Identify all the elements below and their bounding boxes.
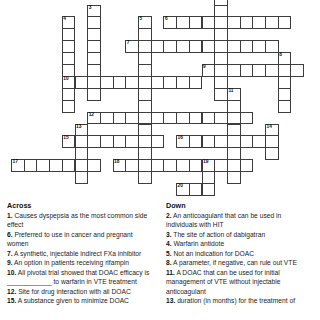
- clue-line: 7. A synthetic, injectable indirect FXa …: [7, 249, 165, 259]
- grid-cell[interactable]: [176, 40, 190, 53]
- grid-cell[interactable]: [202, 112, 216, 125]
- clue-line: 15. A substance given to minimize DOAC: [7, 296, 165, 306]
- grid-cell[interactable]: [202, 183, 216, 196]
- grid-cell[interactable]: [252, 40, 266, 53]
- grid-cell[interactable]: [189, 135, 203, 148]
- grid-cell[interactable]: [151, 112, 165, 125]
- down-clues-column: Down 2. An anticoagulant that can be use…: [166, 201, 318, 306]
- grid-cell[interactable]: [125, 112, 139, 125]
- grid-cell[interactable]: [265, 64, 279, 77]
- grid-cell[interactable]: [125, 159, 139, 172]
- grid-cell[interactable]: [75, 171, 89, 184]
- clue-line: 13. duration (in months) for the treatme…: [166, 296, 318, 306]
- grid-cell[interactable]: [202, 64, 216, 77]
- clue-line: 1. Causes dyspepsia as the most common s…: [7, 211, 165, 221]
- grid-cell[interactable]: [290, 64, 304, 77]
- grid-cell[interactable]: [163, 159, 177, 172]
- clue-line: 9. An option in patients receiving rifam…: [7, 258, 165, 268]
- grid-cell[interactable]: [240, 16, 254, 29]
- grid-cell[interactable]: [214, 88, 228, 101]
- grid-cell[interactable]: [125, 40, 139, 53]
- clue-number-label: 1.: [7, 212, 13, 219]
- clue-number-label: 6.: [7, 231, 13, 238]
- figure-canvas: 34567891011121314151617181920 Across 1. …: [0, 0, 320, 320]
- clue-number-label: 11.: [166, 269, 175, 276]
- grid-cell[interactable]: [75, 76, 89, 89]
- grid-cell[interactable]: [214, 135, 228, 148]
- clue-number-label: 13.: [166, 297, 175, 304]
- grid-cell[interactable]: [176, 183, 190, 196]
- grid-cell[interactable]: [163, 112, 177, 125]
- clue-number-label: 9.: [7, 259, 13, 266]
- crossword-grid: 34567891011121314151617181920: [0, 0, 320, 199]
- grid-cell[interactable]: [163, 16, 177, 29]
- grid-cell[interactable]: [62, 159, 76, 172]
- grid-cell[interactable]: [189, 183, 203, 196]
- grid-cell[interactable]: [151, 76, 165, 89]
- down-header: Down: [166, 201, 318, 211]
- across-clues-column: Across 1. Causes dyspepsia as the most c…: [7, 201, 165, 306]
- clue-number-label: 3.: [166, 231, 172, 238]
- clue-line: 8. A parameter, if negative, can rule ou…: [166, 258, 318, 268]
- grid-cell[interactable]: [189, 112, 203, 125]
- grid-cell[interactable]: [176, 159, 190, 172]
- crossword-figure-screenshot: { "game": "crossword", "colors": { "back…: [0, 0, 320, 320]
- grid-cell[interactable]: [151, 40, 165, 53]
- grid-cell[interactable]: [113, 159, 127, 172]
- clue-line: individuals with HIT: [166, 220, 318, 230]
- grid-cell[interactable]: [265, 16, 279, 29]
- clue-line: ____________ to warfarin in VTE treatmen…: [7, 277, 165, 287]
- grid-cell[interactable]: [252, 64, 266, 77]
- clues-panel: Across 1. Causes dyspepsia as the most c…: [0, 201, 320, 320]
- grid-cell[interactable]: [240, 112, 254, 125]
- grid-cell[interactable]: [62, 135, 76, 148]
- grid-cell[interactable]: [125, 76, 139, 89]
- grid-cell[interactable]: [100, 76, 114, 89]
- grid-cell[interactable]: [227, 16, 241, 29]
- clue-number-label: 10.: [7, 269, 16, 276]
- grid-cell[interactable]: [240, 159, 254, 172]
- grid-cell[interactable]: [214, 159, 228, 172]
- grid-cell[interactable]: [113, 112, 127, 125]
- across-clue-list: 1. Causes dyspepsia as the most common s…: [7, 211, 165, 306]
- grid-cell[interactable]: [240, 40, 254, 53]
- clue-number-label: 12.: [7, 288, 16, 295]
- clue-line: 6. Preferred to use in cancer and pregna…: [7, 230, 165, 240]
- grid-cell[interactable]: [176, 112, 190, 125]
- grid-cell[interactable]: [36, 159, 50, 172]
- clue-line: 10. All pivotal trial showed that DOAC e…: [7, 268, 165, 278]
- clue-line: 2. An anticoagulant that can be used in: [166, 211, 318, 221]
- grid-cell[interactable]: [87, 88, 101, 101]
- clue-line: 12. Site for drug interaction with all D…: [7, 287, 165, 297]
- grid-cell[interactable]: [265, 40, 279, 53]
- grid-cell[interactable]: [214, 112, 228, 125]
- grid-cell[interactable]: [176, 135, 190, 148]
- grid-cell[interactable]: [151, 135, 165, 148]
- grid-cell[interactable]: [202, 40, 216, 53]
- grid-cell[interactable]: [278, 16, 292, 29]
- grid-cell[interactable]: [176, 76, 190, 89]
- grid-cell[interactable]: [189, 16, 203, 29]
- clue-number-label: 5.: [166, 250, 172, 257]
- clue-number-label: 2.: [166, 212, 172, 219]
- grid-cell[interactable]: [24, 159, 38, 172]
- clue-line: 11. A DOAC that can be used for initial: [166, 268, 318, 278]
- grid-cell[interactable]: [189, 159, 203, 172]
- grid-cell[interactable]: [11, 159, 25, 172]
- clue-number-label: 4.: [166, 240, 172, 247]
- grid-cell[interactable]: [138, 171, 152, 184]
- clue-line: women: [7, 239, 165, 249]
- grid-cell[interactable]: [202, 16, 216, 29]
- grid-cell[interactable]: [151, 159, 165, 172]
- grid-cell[interactable]: [240, 64, 254, 77]
- grid-cell[interactable]: [49, 159, 63, 172]
- grid-cell[interactable]: [87, 112, 101, 125]
- grid-cell[interactable]: [240, 135, 254, 148]
- grid-cell[interactable]: [62, 100, 76, 113]
- grid-cell[interactable]: [87, 159, 101, 172]
- grid-cell[interactable]: [113, 135, 127, 148]
- clue-line: 3. The site of action of dabigatran: [166, 230, 318, 240]
- grid-cell[interactable]: [252, 135, 266, 148]
- grid-cell[interactable]: [113, 76, 127, 89]
- grid-cell[interactable]: [189, 76, 203, 89]
- grid-cell[interactable]: [189, 40, 203, 53]
- clue-number-label: 8.: [166, 259, 172, 266]
- clue-line: management of VTE without injectable: [166, 277, 318, 287]
- grid-cell[interactable]: [100, 112, 114, 125]
- grid-cell[interactable]: [87, 135, 101, 148]
- grid-cell[interactable]: [202, 135, 216, 148]
- clue-line: effect: [7, 220, 165, 230]
- grid-cell[interactable]: [163, 76, 177, 89]
- grid-cell[interactable]: [163, 40, 177, 53]
- clue-number-label: 15.: [7, 297, 16, 304]
- grid-cell[interactable]: [227, 171, 241, 184]
- across-header: Across: [7, 201, 165, 211]
- down-clue-list: 2. An anticoagulant that can be used ini…: [166, 211, 318, 306]
- grid-cell[interactable]: [227, 40, 241, 53]
- grid-cell[interactable]: [125, 135, 139, 148]
- grid-cell[interactable]: [252, 16, 266, 29]
- clue-line: 4. Warfarin antidote: [166, 239, 318, 249]
- clue-number-label: 7.: [7, 250, 13, 257]
- grid-cell[interactable]: [278, 100, 292, 113]
- grid-cell[interactable]: [227, 64, 241, 77]
- clue-line: anticoagulant: [166, 287, 318, 297]
- grid-cell[interactable]: [176, 16, 190, 29]
- clue-line: 5. Not an indication for DOAC: [166, 249, 318, 259]
- grid-cell[interactable]: [100, 135, 114, 148]
- grid-cell[interactable]: [265, 147, 279, 160]
